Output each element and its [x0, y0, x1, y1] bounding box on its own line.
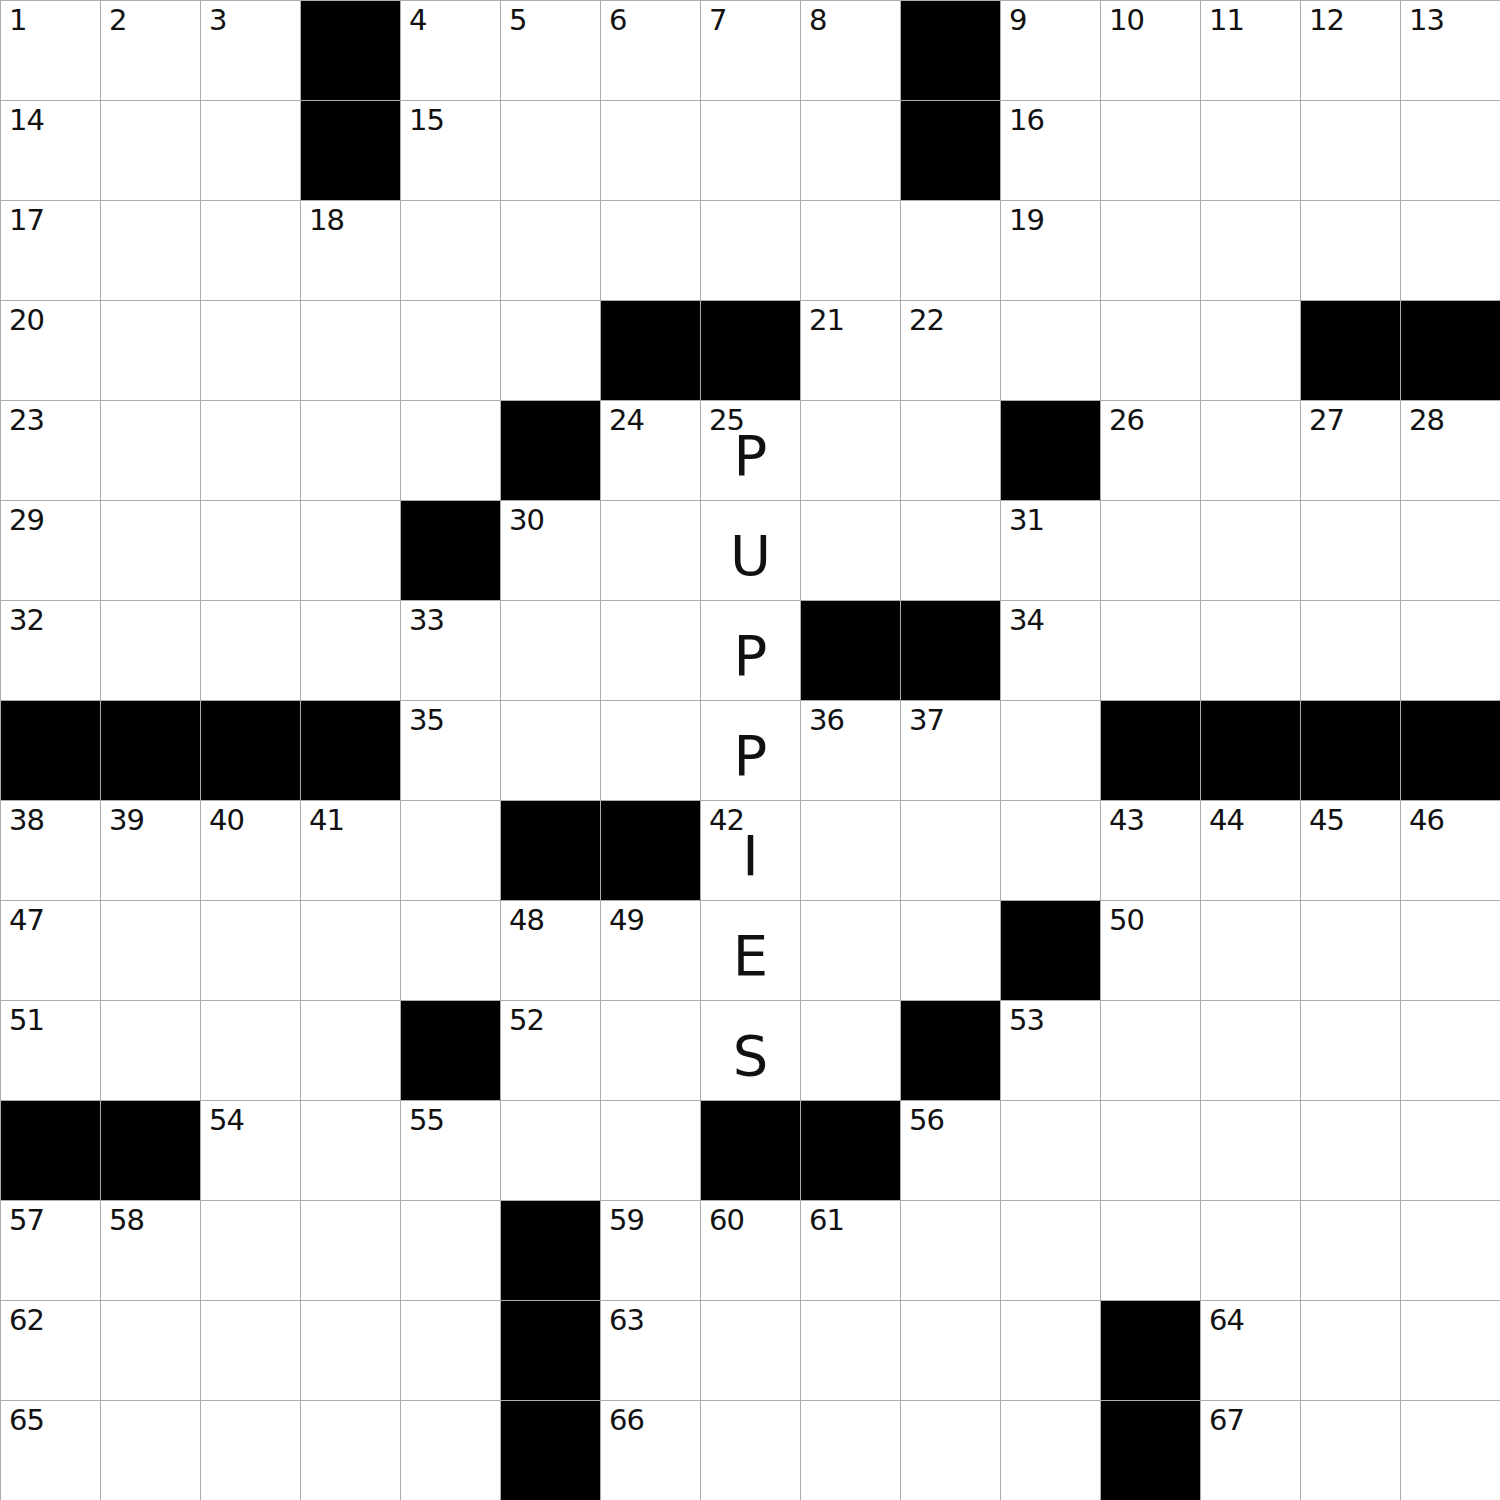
- cell-r6c15[interactable]: [1400, 500, 1500, 600]
- clue-number: 6: [609, 5, 626, 35]
- cell-r15c8[interactable]: [700, 1400, 800, 1500]
- cell-r14c11[interactable]: [1000, 1300, 1100, 1400]
- black-cell-r12c2: [100, 1100, 200, 1200]
- cell-r5c4[interactable]: [300, 400, 400, 500]
- black-cell-r4c15: [1400, 300, 1500, 400]
- cell-r1c1[interactable]: 1: [0, 0, 100, 100]
- clue-number: 12: [1309, 5, 1344, 35]
- cell-r13c11[interactable]: [1000, 1200, 1100, 1300]
- cell-r3c4[interactable]: 18: [300, 200, 400, 300]
- clue-number: 15: [409, 105, 444, 135]
- black-cell-r11c10: [900, 1000, 1000, 1100]
- cell-r10c4[interactable]: [300, 900, 400, 1000]
- cell-r6c13[interactable]: [1200, 500, 1300, 600]
- cell-r13c7[interactable]: 59: [600, 1200, 700, 1300]
- cell-r13c14[interactable]: [1300, 1200, 1400, 1300]
- black-cell-r8c4: [300, 700, 400, 800]
- cell-r4c1[interactable]: 20: [0, 300, 100, 400]
- cell-r1c3[interactable]: 3: [200, 0, 300, 100]
- cell-r13c4[interactable]: [300, 1200, 400, 1300]
- cell-r13c13[interactable]: [1200, 1200, 1300, 1300]
- clue-number: 1: [9, 5, 26, 35]
- cell-r8c11[interactable]: [1000, 700, 1100, 800]
- cell-r7c11[interactable]: 34: [1000, 600, 1100, 700]
- clue-number: 35: [409, 705, 444, 735]
- cell-r11c8[interactable]: S: [700, 1000, 800, 1100]
- cell-r2c5[interactable]: 15: [400, 100, 500, 200]
- cell-r6c3[interactable]: [200, 500, 300, 600]
- cell-r10c6[interactable]: 48: [500, 900, 600, 1000]
- cell-r7c2[interactable]: [100, 600, 200, 700]
- clue-number: 32: [9, 605, 44, 635]
- cell-r7c6[interactable]: [500, 600, 600, 700]
- cell-r2c7[interactable]: [600, 100, 700, 200]
- cell-r14c4[interactable]: [300, 1300, 400, 1400]
- clue-number: 23: [9, 405, 44, 435]
- cell-r14c5[interactable]: [400, 1300, 500, 1400]
- cell-r11c6[interactable]: 52: [500, 1000, 600, 1100]
- clue-number: 57: [9, 1205, 44, 1235]
- cell-r9c9[interactable]: [800, 800, 900, 900]
- cell-r9c2[interactable]: 39: [100, 800, 200, 900]
- clue-number: 41: [309, 805, 344, 835]
- clue-number: 49: [609, 905, 644, 935]
- clue-number: 36: [809, 705, 844, 735]
- cell-r12c13[interactable]: [1200, 1100, 1300, 1200]
- cell-r1c5[interactable]: 4: [400, 0, 500, 100]
- black-cell-r15c6: [500, 1400, 600, 1500]
- cell-r14c10[interactable]: [900, 1300, 1000, 1400]
- cell-r4c11[interactable]: [1000, 300, 1100, 400]
- cell-r1c8[interactable]: 7: [700, 0, 800, 100]
- cell-r5c12[interactable]: 26: [1100, 400, 1200, 500]
- cell-r15c5[interactable]: [400, 1400, 500, 1500]
- black-cell-r14c6: [500, 1300, 600, 1400]
- black-cell-r7c9: [800, 600, 900, 700]
- cell-r15c10[interactable]: [900, 1400, 1000, 1500]
- cell-r9c12[interactable]: 43: [1100, 800, 1200, 900]
- cell-r15c15[interactable]: [1400, 1400, 1500, 1500]
- cell-r10c2[interactable]: [100, 900, 200, 1000]
- black-cell-r7c10: [900, 600, 1000, 700]
- cell-r4c6[interactable]: [500, 300, 600, 400]
- clue-number: 60: [709, 1205, 744, 1235]
- black-cell-r4c7: [600, 300, 700, 400]
- clue-number: 33: [409, 605, 444, 635]
- cell-r4c12[interactable]: [1100, 300, 1200, 400]
- clue-number: 29: [9, 505, 44, 535]
- cell-r13c2[interactable]: 58: [100, 1200, 200, 1300]
- cell-r7c12[interactable]: [1100, 600, 1200, 700]
- cell-r12c7[interactable]: [600, 1100, 700, 1200]
- cell-r5c5[interactable]: [400, 400, 500, 500]
- cell-r11c12[interactable]: [1100, 1000, 1200, 1100]
- black-cell-r8c12: [1100, 700, 1200, 800]
- cell-r14c8[interactable]: [700, 1300, 800, 1400]
- cell-r14c2[interactable]: [100, 1300, 200, 1400]
- cell-r1c9[interactable]: 8: [800, 0, 900, 100]
- cell-r12c6[interactable]: [500, 1100, 600, 1200]
- cell-r7c5[interactable]: 33: [400, 600, 500, 700]
- cell-r3c10[interactable]: [900, 200, 1000, 300]
- cell-r7c8[interactable]: P: [700, 600, 800, 700]
- clue-number: 17: [9, 205, 44, 235]
- cell-r10c8[interactable]: E: [700, 900, 800, 1000]
- cell-r3c8[interactable]: [700, 200, 800, 300]
- clue-number: 39: [109, 805, 144, 835]
- cell-r13c9[interactable]: 61: [800, 1200, 900, 1300]
- cell-r4c3[interactable]: [200, 300, 300, 400]
- cell-r10c3[interactable]: [200, 900, 300, 1000]
- cell-r4c4[interactable]: [300, 300, 400, 400]
- cell-r9c8[interactable]: 42I: [700, 800, 800, 900]
- cell-r5c2[interactable]: [100, 400, 200, 500]
- cell-r10c9[interactable]: [800, 900, 900, 1000]
- clue-number: 52: [509, 1005, 544, 1035]
- clue-number: 4: [409, 5, 426, 35]
- cell-r4c2[interactable]: [100, 300, 200, 400]
- cell-r1c14[interactable]: 12: [1300, 0, 1400, 100]
- black-cell-r11c5: [400, 1000, 500, 1100]
- clue-number: 56: [909, 1105, 944, 1135]
- cell-letter: S: [701, 1001, 800, 1100]
- cell-r6c9[interactable]: [800, 500, 900, 600]
- cell-r13c12[interactable]: [1100, 1200, 1200, 1300]
- cell-r8c9[interactable]: 36: [800, 700, 900, 800]
- black-cell-r5c11: [1000, 400, 1100, 500]
- cell-r3c7[interactable]: [600, 200, 700, 300]
- cell-r12c11[interactable]: [1000, 1100, 1100, 1200]
- black-cell-r8c14: [1300, 700, 1400, 800]
- cell-r2c13[interactable]: [1200, 100, 1300, 200]
- cell-r6c7[interactable]: [600, 500, 700, 600]
- cell-r3c11[interactable]: 19: [1000, 200, 1100, 300]
- cell-r2c12[interactable]: [1100, 100, 1200, 200]
- cell-r15c2[interactable]: [100, 1400, 200, 1500]
- cell-r6c12[interactable]: [1100, 500, 1200, 600]
- black-cell-r15c12: [1100, 1400, 1200, 1500]
- cell-r3c3[interactable]: [200, 200, 300, 300]
- cell-r3c1[interactable]: 17: [0, 200, 100, 300]
- cell-r9c13[interactable]: 44: [1200, 800, 1300, 900]
- clue-number: 13: [1409, 5, 1444, 35]
- clue-number: 50: [1109, 905, 1144, 935]
- cell-r14c7[interactable]: 63: [600, 1300, 700, 1400]
- cell-r14c1[interactable]: 62: [0, 1300, 100, 1400]
- cell-r2c2[interactable]: [100, 100, 200, 200]
- cell-r6c4[interactable]: [300, 500, 400, 600]
- cell-r6c6[interactable]: 30: [500, 500, 600, 600]
- clue-number: 30: [509, 505, 544, 535]
- cell-r2c6[interactable]: [500, 100, 600, 200]
- cell-r8c6[interactable]: [500, 700, 600, 800]
- cell-letter: P: [701, 401, 800, 500]
- clue-number: 24: [609, 405, 644, 435]
- cell-r8c5[interactable]: 35: [400, 700, 500, 800]
- cell-r7c1[interactable]: 32: [0, 600, 100, 700]
- clue-number: 61: [809, 1205, 844, 1235]
- cell-r10c13[interactable]: [1200, 900, 1300, 1000]
- cell-r9c4[interactable]: 41: [300, 800, 400, 900]
- cell-letter: P: [701, 701, 800, 800]
- clue-number: 16: [1009, 105, 1044, 135]
- cell-r9c11[interactable]: [1000, 800, 1100, 900]
- clue-number: 66: [609, 1405, 644, 1435]
- clue-number: 27: [1309, 405, 1344, 435]
- cell-r2c3[interactable]: [200, 100, 300, 200]
- cell-r5c8[interactable]: 25P: [700, 400, 800, 500]
- clue-number: 37: [909, 705, 944, 735]
- clue-number: 7: [709, 5, 726, 35]
- cell-r2c15[interactable]: [1400, 100, 1500, 200]
- black-cell-r8c13: [1200, 700, 1300, 800]
- cell-r10c1[interactable]: 47: [0, 900, 100, 1000]
- cell-letter: I: [701, 801, 800, 900]
- black-cell-r1c10: [900, 0, 1000, 100]
- cell-r2c14[interactable]: [1300, 100, 1400, 200]
- black-cell-r2c10: [900, 100, 1000, 200]
- cell-r15c4[interactable]: [300, 1400, 400, 1500]
- cell-r1c7[interactable]: 6: [600, 0, 700, 100]
- cell-r10c5[interactable]: [400, 900, 500, 1000]
- cell-r14c13[interactable]: 64: [1200, 1300, 1300, 1400]
- cell-r10c15[interactable]: [1400, 900, 1500, 1000]
- cell-r3c14[interactable]: [1300, 200, 1400, 300]
- cell-letter: P: [701, 601, 800, 700]
- clue-number: 54: [209, 1105, 244, 1135]
- cell-r10c12[interactable]: 50: [1100, 900, 1200, 1000]
- cell-letter: E: [701, 901, 800, 1000]
- cell-r3c6[interactable]: [500, 200, 600, 300]
- cell-r15c13[interactable]: 67: [1200, 1400, 1300, 1500]
- black-cell-r5c6: [500, 400, 600, 500]
- black-cell-r1c4: [300, 0, 400, 100]
- cell-r12c12[interactable]: [1100, 1100, 1200, 1200]
- cell-r5c3[interactable]: [200, 400, 300, 500]
- black-cell-r6c5: [400, 500, 500, 600]
- clue-number: 55: [409, 1105, 444, 1135]
- black-cell-r8c1: [0, 700, 100, 800]
- cell-r3c12[interactable]: [1100, 200, 1200, 300]
- crossword-grid: 1234567891011121314151617181920212223242…: [0, 0, 1500, 1500]
- cell-r15c1[interactable]: 65: [0, 1400, 100, 1500]
- cell-r9c3[interactable]: 40: [200, 800, 300, 900]
- clue-number: 5: [509, 5, 526, 35]
- black-cell-r9c7: [600, 800, 700, 900]
- cell-r1c13[interactable]: 11: [1200, 0, 1300, 100]
- clue-number: 51: [9, 1005, 44, 1035]
- cell-r4c10[interactable]: 22: [900, 300, 1000, 400]
- cell-r11c14[interactable]: [1300, 1000, 1400, 1100]
- clue-number: 2: [109, 5, 126, 35]
- cell-r15c9[interactable]: [800, 1400, 900, 1500]
- cell-r5c14[interactable]: 27: [1300, 400, 1400, 500]
- clue-number: 19: [1009, 205, 1044, 235]
- black-cell-r8c2: [100, 700, 200, 800]
- cell-r4c5[interactable]: [400, 300, 500, 400]
- cell-r11c7[interactable]: [600, 1000, 700, 1100]
- cell-r4c9[interactable]: 21: [800, 300, 900, 400]
- cell-r6c1[interactable]: 29: [0, 500, 100, 600]
- cell-r3c2[interactable]: [100, 200, 200, 300]
- clue-number: 18: [309, 205, 344, 235]
- cell-r1c11[interactable]: 9: [1000, 0, 1100, 100]
- cell-r5c15[interactable]: 28: [1400, 400, 1500, 500]
- cell-r13c3[interactable]: [200, 1200, 300, 1300]
- cell-r15c3[interactable]: [200, 1400, 300, 1500]
- cell-r4c13[interactable]: [1200, 300, 1300, 400]
- cell-r6c10[interactable]: [900, 500, 1000, 600]
- cell-r2c9[interactable]: [800, 100, 900, 200]
- cell-r8c10[interactable]: 37: [900, 700, 1000, 800]
- cell-r13c5[interactable]: [400, 1200, 500, 1300]
- cell-r8c8[interactable]: P: [700, 700, 800, 800]
- cell-r5c10[interactable]: [900, 400, 1000, 500]
- clue-number: 14: [9, 105, 44, 135]
- black-cell-r8c3: [200, 700, 300, 800]
- cell-r12c10[interactable]: 56: [900, 1100, 1000, 1200]
- clue-number: 28: [1409, 405, 1444, 435]
- cell-r2c1[interactable]: 14: [0, 100, 100, 200]
- cell-r10c7[interactable]: 49: [600, 900, 700, 1000]
- cell-r11c1[interactable]: 51: [0, 1000, 100, 1100]
- cell-r1c15[interactable]: 13: [1400, 0, 1500, 100]
- clue-number: 40: [209, 805, 244, 835]
- cell-r15c11[interactable]: [1000, 1400, 1100, 1500]
- clue-number: 10: [1109, 5, 1144, 35]
- cell-r6c14[interactable]: [1300, 500, 1400, 600]
- cell-r1c6[interactable]: 5: [500, 0, 600, 100]
- cell-r12c3[interactable]: 54: [200, 1100, 300, 1200]
- black-cell-r13c6: [500, 1200, 600, 1300]
- cell-r3c15[interactable]: [1400, 200, 1500, 300]
- cell-r7c7[interactable]: [600, 600, 700, 700]
- black-cell-r2c4: [300, 100, 400, 200]
- clue-number: 45: [1309, 805, 1344, 835]
- cell-r2c11[interactable]: 16: [1000, 100, 1100, 200]
- cell-r7c13[interactable]: [1200, 600, 1300, 700]
- black-cell-r9c6: [500, 800, 600, 900]
- black-cell-r12c9: [800, 1100, 900, 1200]
- cell-r13c8[interactable]: 60: [700, 1200, 800, 1300]
- cell-r2c8[interactable]: [700, 100, 800, 200]
- cell-r11c9[interactable]: [800, 1000, 900, 1100]
- cell-r14c3[interactable]: [200, 1300, 300, 1400]
- clue-number: 9: [1009, 5, 1026, 35]
- cell-r1c12[interactable]: 10: [1100, 0, 1200, 100]
- cell-r10c14[interactable]: [1300, 900, 1400, 1000]
- cell-r12c5[interactable]: 55: [400, 1100, 500, 1200]
- cell-r3c5[interactable]: [400, 200, 500, 300]
- cell-r13c10[interactable]: [900, 1200, 1000, 1300]
- clue-number: 38: [9, 805, 44, 835]
- cell-r12c4[interactable]: [300, 1100, 400, 1200]
- clue-number: 67: [1209, 1405, 1244, 1435]
- cell-r12c15[interactable]: [1400, 1100, 1500, 1200]
- cell-r11c3[interactable]: [200, 1000, 300, 1100]
- cell-r14c15[interactable]: [1400, 1300, 1500, 1400]
- clue-number: 20: [9, 305, 44, 335]
- cell-r11c2[interactable]: [100, 1000, 200, 1100]
- cell-r12c14[interactable]: [1300, 1100, 1400, 1200]
- black-cell-r4c8: [700, 300, 800, 400]
- cell-r5c9[interactable]: [800, 400, 900, 500]
- cell-r7c14[interactable]: [1300, 600, 1400, 700]
- clue-number: 26: [1109, 405, 1144, 435]
- clue-number: 21: [809, 305, 844, 335]
- cell-r9c10[interactable]: [900, 800, 1000, 900]
- black-cell-r8c15: [1400, 700, 1500, 800]
- clue-number: 46: [1409, 805, 1444, 835]
- black-cell-r4c14: [1300, 300, 1400, 400]
- clue-number: 31: [1009, 505, 1044, 535]
- clue-number: 59: [609, 1205, 644, 1235]
- cell-r3c9[interactable]: [800, 200, 900, 300]
- cell-r9c1[interactable]: 38: [0, 800, 100, 900]
- cell-r5c1[interactable]: 23: [0, 400, 100, 500]
- cell-r5c13[interactable]: [1200, 400, 1300, 500]
- clue-number: 22: [909, 305, 944, 335]
- cell-r11c11[interactable]: 53: [1000, 1000, 1100, 1100]
- cell-r11c4[interactable]: [300, 1000, 400, 1100]
- clue-number: 8: [809, 5, 826, 35]
- cell-r11c15[interactable]: [1400, 1000, 1500, 1100]
- cell-r8c7[interactable]: [600, 700, 700, 800]
- clue-number: 64: [1209, 1305, 1244, 1335]
- clue-number: 11: [1209, 5, 1244, 35]
- black-cell-r14c12: [1100, 1300, 1200, 1400]
- clue-number: 58: [109, 1205, 144, 1235]
- clue-number: 63: [609, 1305, 644, 1335]
- cell-r14c9[interactable]: [800, 1300, 900, 1400]
- clue-number: 53: [1009, 1005, 1044, 1035]
- cell-r15c7[interactable]: 66: [600, 1400, 700, 1500]
- cell-r9c15[interactable]: 46: [1400, 800, 1500, 900]
- clue-number: 65: [9, 1405, 44, 1435]
- clue-number: 48: [509, 905, 544, 935]
- cell-r6c8[interactable]: U: [700, 500, 800, 600]
- cell-r1c2[interactable]: 2: [100, 0, 200, 100]
- clue-number: 3: [209, 5, 226, 35]
- cell-r10c10[interactable]: [900, 900, 1000, 1000]
- cell-r5c7[interactable]: 24: [600, 400, 700, 500]
- clue-number: 43: [1109, 805, 1144, 835]
- cell-r7c15[interactable]: [1400, 600, 1500, 700]
- cell-r14c14[interactable]: [1300, 1300, 1400, 1400]
- cell-r6c11[interactable]: 31: [1000, 500, 1100, 600]
- cell-r13c1[interactable]: 57: [0, 1200, 100, 1300]
- black-cell-r12c1: [0, 1100, 100, 1200]
- cell-r9c14[interactable]: 45: [1300, 800, 1400, 900]
- clue-number: 44: [1209, 805, 1244, 835]
- cell-r13c15[interactable]: [1400, 1200, 1500, 1300]
- cell-r3c13[interactable]: [1200, 200, 1300, 300]
- cell-r15c14[interactable]: [1300, 1400, 1400, 1500]
- clue-number: 47: [9, 905, 44, 935]
- clue-number: 62: [9, 1305, 44, 1335]
- black-cell-r12c8: [700, 1100, 800, 1200]
- cell-r7c4[interactable]: [300, 600, 400, 700]
- cell-letter: U: [701, 501, 800, 600]
- cell-r6c2[interactable]: [100, 500, 200, 600]
- cell-r9c5[interactable]: [400, 800, 500, 900]
- cell-r7c3[interactable]: [200, 600, 300, 700]
- black-cell-r10c11: [1000, 900, 1100, 1000]
- cell-r11c13[interactable]: [1200, 1000, 1300, 1100]
- clue-number: 34: [1009, 605, 1044, 635]
